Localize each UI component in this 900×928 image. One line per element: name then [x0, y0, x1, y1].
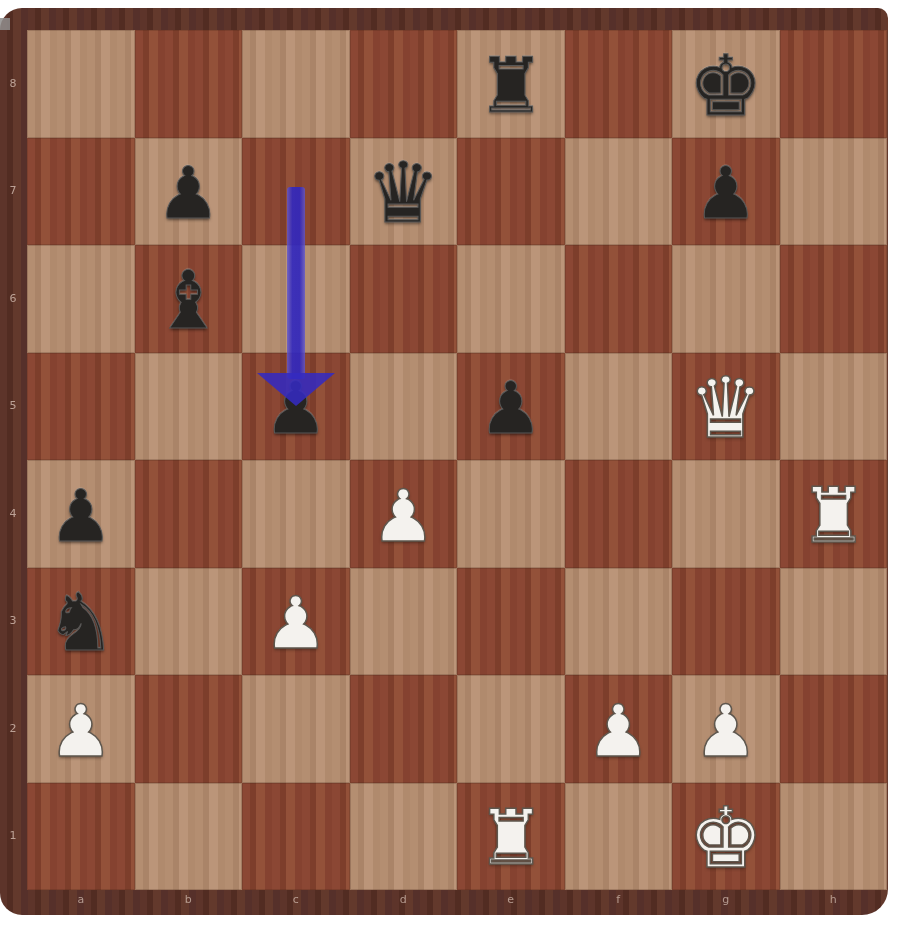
file-label-a: a	[71, 893, 91, 906]
square-b1[interactable]	[135, 783, 243, 891]
rank-label-7: 7	[4, 184, 22, 197]
chess-app-screenshot: ♜♚♟♛♟♝♟♟♛♟♟♜♞♟♟♟♟♜♚ 87654321abcdefgh	[0, 0, 900, 928]
rank-label-3: 3	[4, 614, 22, 627]
square-d2[interactable]	[350, 675, 458, 783]
square-a3[interactable]: ♞	[27, 568, 135, 676]
square-g8[interactable]: ♚	[672, 30, 780, 138]
file-label-c: c	[286, 893, 306, 906]
black-pawn-icon-b7[interactable]: ♟	[156, 157, 221, 229]
square-e4[interactable]	[457, 460, 565, 568]
square-a1[interactable]	[27, 783, 135, 891]
square-a6[interactable]	[27, 245, 135, 353]
square-f4[interactable]	[565, 460, 673, 568]
square-e2[interactable]	[457, 675, 565, 783]
square-f7[interactable]	[565, 138, 673, 246]
white-pawn-icon-g2[interactable]: ♟	[693, 695, 758, 767]
black-pawn-icon-a4[interactable]: ♟	[48, 480, 113, 552]
square-h4[interactable]: ♜	[780, 460, 888, 568]
black-bishop-icon-b6[interactable]: ♝	[152, 261, 224, 341]
file-label-b: b	[178, 893, 198, 906]
move-arrow-shaft	[287, 187, 305, 379]
square-h1[interactable]	[780, 783, 888, 891]
black-king-icon-g8[interactable]: ♚	[688, 44, 763, 128]
square-a7[interactable]	[27, 138, 135, 246]
white-pawn-icon-d4[interactable]: ♟	[371, 480, 436, 552]
black-rook-icon-e8[interactable]: ♜	[477, 48, 545, 124]
square-f8[interactable]	[565, 30, 673, 138]
move-arrow-head	[257, 373, 335, 406]
chess-board[interactable]: ♜♚♟♛♟♝♟♟♛♟♟♜♞♟♟♟♟♜♚	[27, 30, 887, 890]
square-e6[interactable]	[457, 245, 565, 353]
square-d1[interactable]	[350, 783, 458, 891]
square-h3[interactable]	[780, 568, 888, 676]
black-knight-icon-a3[interactable]: ♞	[45, 583, 117, 663]
square-g4[interactable]	[672, 460, 780, 568]
white-queen-icon-g5[interactable]: ♛	[688, 366, 763, 450]
square-d6[interactable]	[350, 245, 458, 353]
square-g2[interactable]: ♟	[672, 675, 780, 783]
file-label-h: h	[823, 893, 843, 906]
square-f1[interactable]	[565, 783, 673, 891]
square-c8[interactable]	[242, 30, 350, 138]
rank-label-5: 5	[4, 399, 22, 412]
white-king-icon-g1[interactable]: ♚	[688, 796, 763, 880]
square-h7[interactable]	[780, 138, 888, 246]
square-f5[interactable]	[565, 353, 673, 461]
square-g3[interactable]	[672, 568, 780, 676]
square-h8[interactable]	[780, 30, 888, 138]
square-e8[interactable]: ♜	[457, 30, 565, 138]
square-b5[interactable]	[135, 353, 243, 461]
file-label-d: d	[393, 893, 413, 906]
square-g7[interactable]: ♟	[672, 138, 780, 246]
square-b4[interactable]	[135, 460, 243, 568]
square-b2[interactable]	[135, 675, 243, 783]
corner-ui-fragment	[0, 18, 10, 30]
square-e3[interactable]	[457, 568, 565, 676]
square-b3[interactable]	[135, 568, 243, 676]
square-e7[interactable]	[457, 138, 565, 246]
square-f2[interactable]: ♟	[565, 675, 673, 783]
square-c4[interactable]	[242, 460, 350, 568]
square-e1[interactable]: ♜	[457, 783, 565, 891]
white-pawn-icon-c3[interactable]: ♟	[263, 587, 328, 659]
rank-label-2: 2	[4, 722, 22, 735]
square-a2[interactable]: ♟	[27, 675, 135, 783]
chess-board-frame: ♜♚♟♛♟♝♟♟♛♟♟♜♞♟♟♟♟♜♚ 87654321abcdefgh	[0, 8, 888, 915]
white-pawn-icon-a2[interactable]: ♟	[48, 695, 113, 767]
black-queen-icon-d7[interactable]: ♛	[366, 151, 441, 235]
square-a4[interactable]: ♟	[27, 460, 135, 568]
square-f6[interactable]	[565, 245, 673, 353]
square-b7[interactable]: ♟	[135, 138, 243, 246]
white-pawn-icon-f2[interactable]: ♟	[586, 695, 651, 767]
square-h5[interactable]	[780, 353, 888, 461]
white-rook-icon-e1[interactable]: ♜	[477, 800, 545, 876]
square-e5[interactable]: ♟	[457, 353, 565, 461]
square-d8[interactable]	[350, 30, 458, 138]
rank-label-4: 4	[4, 507, 22, 520]
square-b6[interactable]: ♝	[135, 245, 243, 353]
square-f3[interactable]	[565, 568, 673, 676]
square-h6[interactable]	[780, 245, 888, 353]
square-h2[interactable]	[780, 675, 888, 783]
file-label-g: g	[716, 893, 736, 906]
rank-label-8: 8	[4, 77, 22, 90]
square-c1[interactable]	[242, 783, 350, 891]
square-g1[interactable]: ♚	[672, 783, 780, 891]
square-c2[interactable]	[242, 675, 350, 783]
black-pawn-icon-g7[interactable]: ♟	[693, 157, 758, 229]
square-g6[interactable]	[672, 245, 780, 353]
black-pawn-icon-e5[interactable]: ♟	[478, 372, 543, 444]
square-d4[interactable]: ♟	[350, 460, 458, 568]
square-d7[interactable]: ♛	[350, 138, 458, 246]
square-d5[interactable]	[350, 353, 458, 461]
rank-label-6: 6	[4, 292, 22, 305]
white-rook-icon-h4[interactable]: ♜	[799, 478, 867, 554]
square-c3[interactable]: ♟	[242, 568, 350, 676]
square-a8[interactable]	[27, 30, 135, 138]
square-b8[interactable]	[135, 30, 243, 138]
square-d3[interactable]	[350, 568, 458, 676]
file-label-e: e	[501, 893, 521, 906]
square-g5[interactable]: ♛	[672, 353, 780, 461]
rank-label-1: 1	[4, 829, 22, 842]
square-a5[interactable]	[27, 353, 135, 461]
file-label-f: f	[608, 893, 628, 906]
